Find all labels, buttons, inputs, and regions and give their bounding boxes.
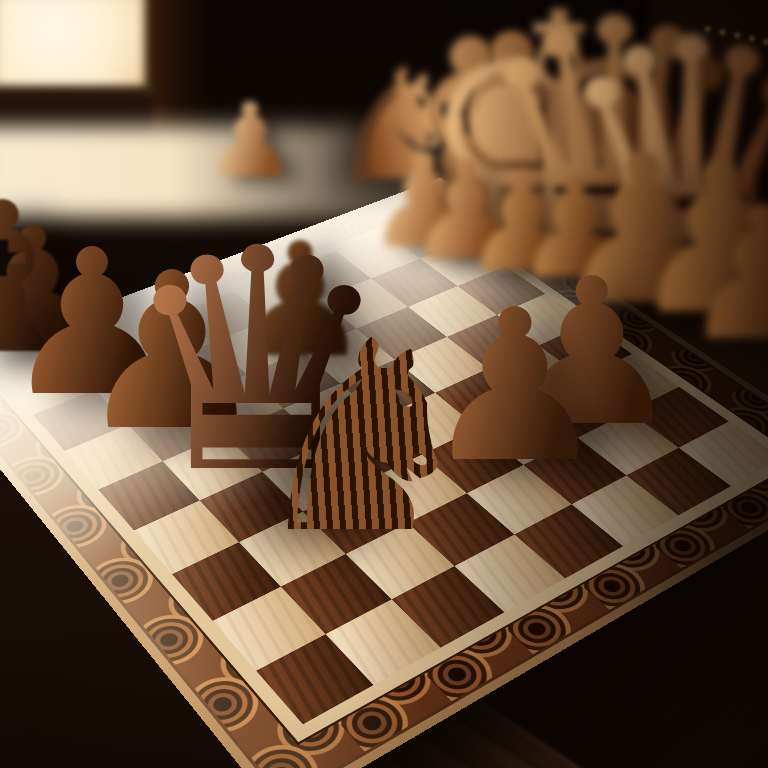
scene: ♟♞♝♝♚♛♟♛♟♟♟♟♟♟♟♝♟♟♟♟♟♛♞ (0, 0, 768, 768)
piece-hero-knight[interactable]: ♞ (245, 307, 481, 570)
piece-back-pawn-left[interactable]: ♟ (204, 90, 296, 193)
pieces-layer: ♟♞♝♝♚♛♟♛♟♟♟♟♟♟♟♝♟♟♟♟♟♛♞ (0, 0, 768, 768)
piece-right-pawn-3[interactable]: ♟ (679, 182, 768, 367)
